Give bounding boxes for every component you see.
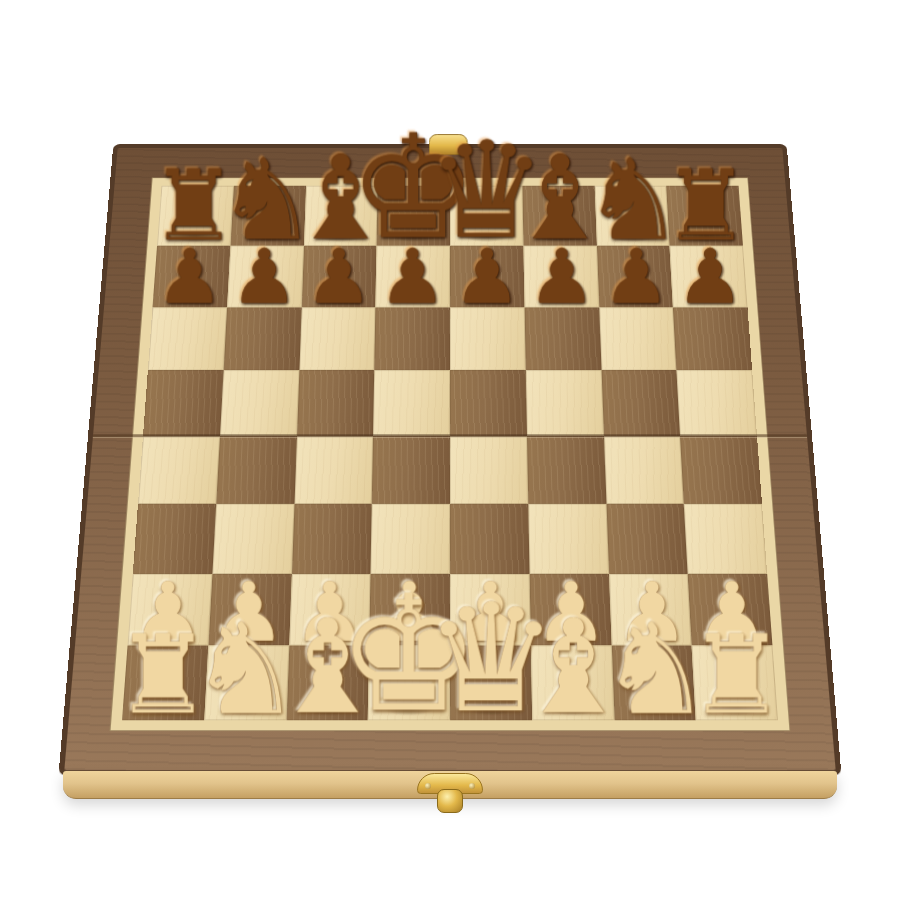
black-pawn[interactable]: ♟ <box>640 238 780 314</box>
square-h1[interactable]: ♜ <box>692 646 778 721</box>
square-c6[interactable] <box>299 307 376 370</box>
square-g3[interactable] <box>606 504 688 574</box>
square-c5[interactable] <box>297 371 375 436</box>
square-e6[interactable] <box>450 307 526 370</box>
clasp-screw-icon <box>425 783 431 789</box>
square-a3[interactable] <box>133 504 216 574</box>
square-d6[interactable] <box>374 307 450 370</box>
square-e4[interactable] <box>450 436 528 504</box>
square-a6[interactable] <box>148 307 227 370</box>
board-grid: ♜♞♝♚♛♝♞♜♟♟♟♟♟♟♟♟♟♟♟♟♟♟♟♟♜♞♝♚♛♝♞♜ <box>122 186 778 720</box>
square-f3[interactable] <box>528 504 609 574</box>
square-a4[interactable] <box>138 436 220 504</box>
square-a5[interactable] <box>143 371 223 436</box>
square-h4[interactable] <box>680 436 762 504</box>
square-e5[interactable] <box>450 371 527 436</box>
square-f6[interactable] <box>524 307 601 370</box>
square-c4[interactable] <box>294 436 373 504</box>
square-b6[interactable] <box>223 307 301 370</box>
square-g4[interactable] <box>604 436 684 504</box>
clasp-screw-icon <box>469 783 475 789</box>
square-g5[interactable] <box>601 371 680 436</box>
square-f4[interactable] <box>527 436 606 504</box>
square-d5[interactable] <box>373 371 450 436</box>
square-g6[interactable] <box>599 307 677 370</box>
square-b5[interactable] <box>220 371 299 436</box>
square-b3[interactable] <box>212 504 294 574</box>
product-photo-stage: ♜♞♝♚♛♝♞♜♟♟♟♟♟♟♟♟♟♟♟♟♟♟♟♟♜♞♝♚♛♝♞♜ <box>0 0 900 900</box>
square-d4[interactable] <box>372 436 450 504</box>
square-h3[interactable] <box>684 504 767 574</box>
square-f5[interactable] <box>526 371 604 436</box>
square-h6[interactable] <box>673 307 752 370</box>
square-h5[interactable] <box>677 371 757 436</box>
white-rook[interactable]: ♜ <box>660 621 815 730</box>
square-b4[interactable] <box>216 436 296 504</box>
perspective-wrapper: ♜♞♝♚♛♝♞♜♟♟♟♟♟♟♟♟♟♟♟♟♟♟♟♟♜♞♝♚♛♝♞♜ <box>0 0 900 900</box>
square-h7[interactable]: ♟ <box>670 246 748 308</box>
brass-clasp-knob-icon <box>437 789 463 813</box>
chess-board-box: ♜♞♝♚♛♝♞♜♟♟♟♟♟♟♟♟♟♟♟♟♟♟♟♟♜♞♝♚♛♝♞♜ <box>58 144 841 775</box>
